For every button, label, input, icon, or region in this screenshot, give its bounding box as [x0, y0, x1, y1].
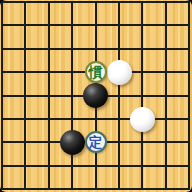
board-screenshot: 慣定: [0, 0, 192, 192]
grid-line-vertical: [188, 1, 190, 190]
move-annotation-label[interactable]: 慣: [85, 61, 107, 83]
black-stone: [60, 130, 85, 155]
black-stone: [83, 83, 108, 108]
move-annotation-label[interactable]: 定: [85, 131, 107, 153]
white-stone: [107, 60, 132, 85]
grid-line-horizontal: [1, 188, 190, 190]
grid-line-horizontal: [1, 118, 190, 120]
grid-line-vertical: [165, 1, 167, 190]
go-board[interactable]: 慣定: [0, 0, 192, 192]
white-stone: [130, 107, 155, 132]
grid-line-vertical: [118, 1, 120, 190]
grid-line-vertical: [141, 1, 143, 190]
grid-line-horizontal: [1, 165, 190, 167]
